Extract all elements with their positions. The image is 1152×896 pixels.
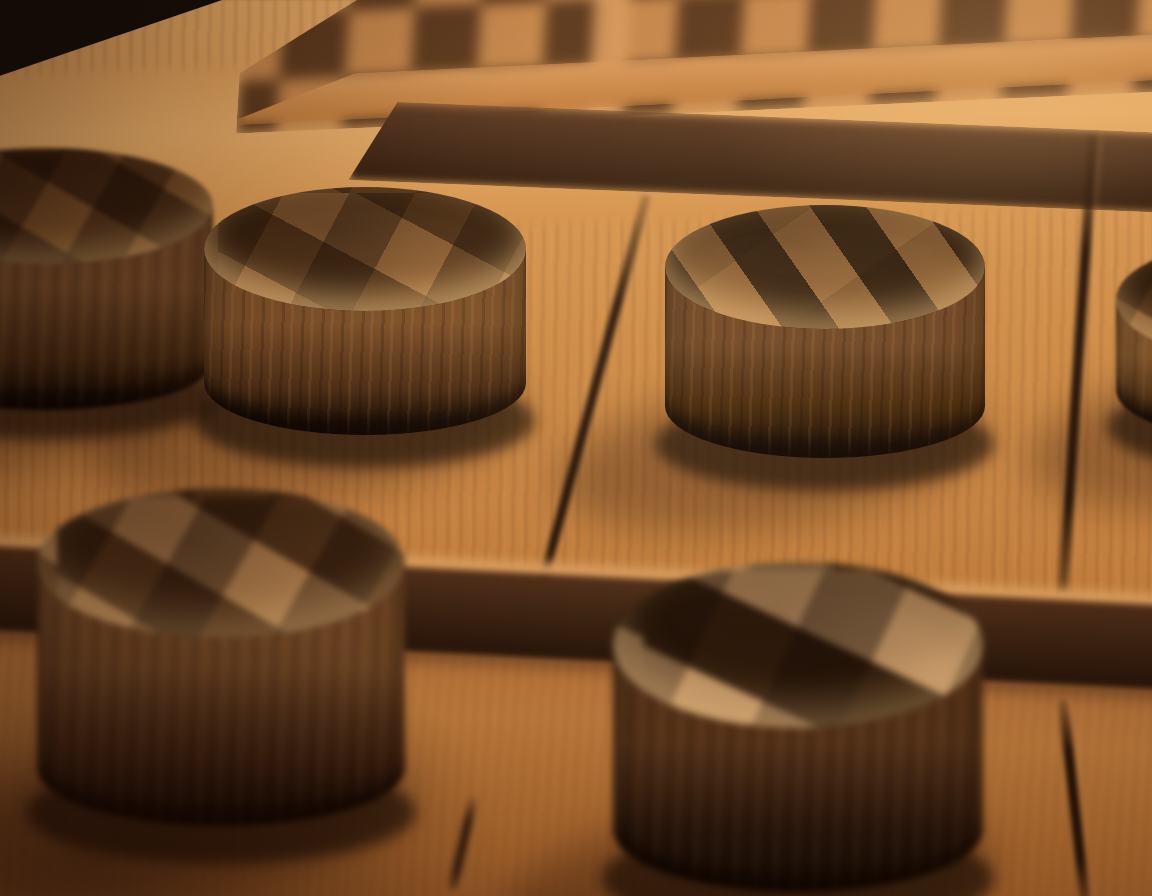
pieces-foreground [0, 0, 1152, 896]
photo-board-closeup [0, 0, 1152, 896]
checker-piece-piece-front-left[interactable] [37, 488, 405, 826]
checker-piece-piece-front-center[interactable] [613, 562, 983, 892]
piece-top-veneer [37, 488, 405, 638]
piece-top-veneer [613, 562, 983, 728]
